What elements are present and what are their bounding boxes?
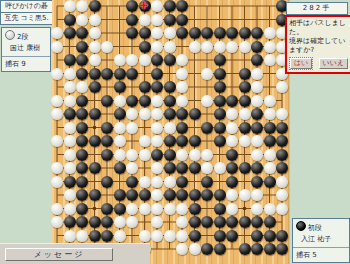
white-player-rank-row: 2段 — [2, 28, 50, 42]
go-stone-black — [164, 14, 176, 26]
white-captures: 捕石 9 — [2, 58, 50, 71]
go-stone-white — [64, 0, 76, 12]
go-stone-white — [201, 41, 213, 53]
go-stone-black — [114, 162, 126, 174]
go-stone-white — [264, 108, 276, 120]
go-stone-black — [176, 108, 188, 120]
go-stone-white — [151, 162, 163, 174]
go-stone-white — [264, 95, 276, 107]
go-stone-white — [64, 81, 76, 93]
go-stone-black — [264, 243, 276, 255]
go-stone-black — [189, 189, 201, 201]
go-stone-white — [251, 135, 263, 147]
go-stone-white — [226, 41, 238, 53]
pass-confirm-dialog: 相手はパスしました。 境界は確定していますか? はい いいえ — [285, 15, 350, 74]
go-stone-white — [151, 203, 163, 215]
go-stone-black — [226, 27, 238, 39]
dialog-message-line2: 境界は確定していますか? — [289, 37, 349, 55]
go-stone-white — [226, 108, 238, 120]
go-stone-black — [151, 81, 163, 93]
go-stone-white — [139, 54, 151, 66]
go-stone-black — [251, 54, 263, 66]
go-stone-white — [239, 189, 251, 201]
go-stone-black — [176, 162, 188, 174]
go-stone-white — [126, 108, 138, 120]
go-stone-white — [139, 108, 151, 120]
go-stone-white — [189, 41, 201, 53]
go-stone-white — [251, 203, 263, 215]
go-stone-white — [64, 135, 76, 147]
white-player-name: 国辻 康樹 — [2, 42, 50, 55]
go-stone-black — [151, 54, 163, 66]
go-stone-black — [139, 81, 151, 93]
go-stone-white — [176, 68, 188, 80]
go-stone-black — [64, 176, 76, 188]
go-stone-white — [51, 203, 63, 215]
go-stone-black — [89, 81, 101, 93]
go-stone-white — [176, 81, 188, 93]
go-stone-black — [164, 0, 176, 12]
go-stone-white — [151, 135, 163, 147]
go-stone-black — [239, 68, 251, 80]
go-stone-black — [164, 149, 176, 161]
go-stone-white — [201, 162, 213, 174]
go-stone-white — [214, 162, 226, 174]
go-stone-white — [139, 203, 151, 215]
go-stone-black — [89, 189, 101, 201]
go-stone-white — [114, 54, 126, 66]
go-stone-black — [176, 189, 188, 201]
white-player-panel: 2段 国辻 康樹 捕石 9 — [1, 27, 51, 72]
go-stone-black — [214, 27, 226, 39]
go-stone-black — [101, 176, 113, 188]
go-stone-black — [89, 108, 101, 120]
go-stone-white — [151, 0, 163, 12]
go-stone-white — [76, 14, 88, 26]
go-stone-black — [201, 27, 213, 39]
go-stone-black — [189, 203, 201, 215]
go-stone-black — [76, 95, 88, 107]
go-stone-white — [276, 189, 288, 201]
go-stone-black — [101, 95, 113, 107]
go-stone-black — [201, 243, 213, 255]
go-stone-black — [239, 243, 251, 255]
move-counter: 282手 — [286, 2, 348, 15]
go-stone-black — [251, 122, 263, 134]
go-stone-white — [189, 243, 201, 255]
go-stone-white — [139, 176, 151, 188]
go-stone-black — [101, 149, 113, 161]
go-stone-black — [226, 230, 238, 242]
go-stone-black — [239, 216, 251, 228]
go-stone-black — [264, 230, 276, 242]
go-stone-black — [239, 162, 251, 174]
go-stone-white — [51, 68, 63, 80]
go-stone-black — [139, 27, 151, 39]
go-stone-black — [226, 176, 238, 188]
black-player-panel: 初段 入江 祐子 捕石 5 — [292, 218, 350, 263]
go-stone-black — [189, 108, 201, 120]
message-button[interactable]: メッセージ — [5, 248, 113, 261]
go-stone-white — [139, 230, 151, 242]
go-stone-white — [126, 216, 138, 228]
go-stone-black — [251, 162, 263, 174]
go-stone-white — [126, 122, 138, 134]
sidebar: 呼びかけの碁 互先 コミ黒5. 2段 国辻 康樹 捕石 9 — [0, 0, 52, 264]
go-stone-black — [239, 81, 251, 93]
go-stone-black — [214, 203, 226, 215]
go-stone-black — [251, 243, 263, 255]
go-stone-black — [101, 216, 113, 228]
go-stone-white — [89, 54, 101, 66]
go-stone-black — [89, 0, 101, 12]
go-stone-black — [64, 54, 76, 66]
go-stone-black — [251, 27, 263, 39]
go-stone-black — [76, 135, 88, 147]
go-stone-white — [151, 41, 163, 53]
go-stone-white — [126, 54, 138, 66]
go-stone-black — [201, 189, 213, 201]
go-stone-white — [251, 95, 263, 107]
go-stone-white — [226, 135, 238, 147]
go-stone-black — [164, 189, 176, 201]
go-stone-white — [201, 95, 213, 107]
go-stone-white — [189, 149, 201, 161]
go-stone-black — [276, 243, 288, 255]
go-stone-white — [76, 81, 88, 93]
black-player-name: 入江 祐子 — [293, 233, 349, 246]
go-stone-white — [276, 81, 288, 93]
go-stone-white — [114, 149, 126, 161]
go-stone-black — [214, 68, 226, 80]
go-stone-black — [164, 108, 176, 120]
go-stone-white — [64, 203, 76, 215]
go-stone-white — [214, 41, 226, 53]
go-stone-black — [214, 230, 226, 242]
go-stone-black — [76, 68, 88, 80]
go-stone-black — [126, 0, 138, 12]
go-stone-white — [51, 95, 63, 107]
go-stone-white — [251, 68, 263, 80]
go-stone-black — [201, 216, 213, 228]
go-stone-white — [251, 81, 263, 93]
go-stone-black — [276, 230, 288, 242]
go-stone-black — [276, 162, 288, 174]
go-stone-black — [176, 0, 188, 12]
go-stone-white — [64, 162, 76, 174]
go-stone-white — [51, 216, 63, 228]
dialog-message-line1: 相手はパスしました。 — [289, 19, 349, 37]
go-stone-white — [151, 176, 163, 188]
go-stone-black — [164, 162, 176, 174]
go-stone-white — [101, 41, 113, 53]
go-stone-white — [114, 122, 126, 134]
go-stone-black — [151, 149, 163, 161]
go-stone-black — [76, 122, 88, 134]
go-stone-black — [214, 122, 226, 134]
go-stone-black — [214, 54, 226, 66]
go-stone-white — [151, 27, 163, 39]
go-stone-black — [164, 81, 176, 93]
go-stone-white — [139, 14, 151, 26]
go-stone-white — [151, 95, 163, 107]
go-stone-white — [51, 162, 63, 174]
white-stone-icon — [5, 30, 15, 40]
go-stone-white — [264, 149, 276, 161]
go-stone-white — [51, 135, 63, 147]
go-stone-black — [189, 216, 201, 228]
go-stone-black — [201, 176, 213, 188]
go-stone-white — [89, 14, 101, 26]
go-stone-black — [276, 135, 288, 147]
go-stone-white — [239, 41, 251, 53]
go-stone-black — [139, 95, 151, 107]
game-rules: 互先 コミ黒5. — [0, 12, 53, 25]
go-stone-black — [214, 81, 226, 93]
go-stone-black — [226, 162, 238, 174]
go-stone-black — [126, 176, 138, 188]
go-stone-white — [164, 27, 176, 39]
go-stone-black — [276, 122, 288, 134]
go-stone-black — [251, 230, 263, 242]
go-stone-white — [139, 135, 151, 147]
go-stone-black — [114, 189, 126, 201]
go-stone-white — [126, 162, 138, 174]
go-stone-black — [251, 216, 263, 228]
go-stone-black — [214, 189, 226, 201]
go-stone-white — [164, 203, 176, 215]
black-stone-icon — [296, 221, 306, 231]
go-stone-black — [76, 216, 88, 228]
go-stone-black — [89, 216, 101, 228]
go-stone-white — [251, 149, 263, 161]
go-stone-black — [126, 14, 138, 26]
go-stone-black — [151, 68, 163, 80]
go-stone-white — [226, 203, 238, 215]
go-stone-black — [101, 135, 113, 147]
yes-button[interactable]: はい — [290, 58, 312, 69]
go-stone-white — [89, 27, 101, 39]
go-stone-black — [89, 135, 101, 147]
no-button[interactable]: いいえ — [319, 58, 349, 69]
go-stone-white — [276, 203, 288, 215]
go-stone-white — [276, 176, 288, 188]
go-stone-black — [139, 0, 151, 12]
go-stone-black — [76, 176, 88, 188]
go-stone-black — [276, 149, 288, 161]
go-stone-black — [76, 41, 88, 53]
go-stone-white — [176, 243, 188, 255]
go-stone-black — [214, 216, 226, 228]
go-stone-white — [89, 41, 101, 53]
go-stone-white — [251, 189, 263, 201]
go-stone-black — [189, 230, 201, 242]
go-stone-white — [176, 203, 188, 215]
go-stone-black — [76, 54, 88, 66]
go-stone-black — [214, 243, 226, 255]
go-stone-black — [239, 122, 251, 134]
go-stone-white — [264, 41, 276, 53]
go-stone-white — [114, 230, 126, 242]
go-stone-black — [251, 41, 263, 53]
divider — [2, 56, 50, 57]
go-stone-black — [64, 216, 76, 228]
go-stone-black — [176, 14, 188, 26]
go-stone-black — [264, 135, 276, 147]
go-stone-black — [89, 162, 101, 174]
go-stone-white — [264, 162, 276, 174]
go-stone-black — [101, 122, 113, 134]
go-stone-white — [76, 0, 88, 12]
go-stone-white — [151, 122, 163, 134]
go-stone-white — [201, 68, 213, 80]
go-stone-white — [139, 149, 151, 161]
go-stone-black — [76, 162, 88, 174]
go-stone-black — [251, 176, 263, 188]
go-stone-black — [114, 203, 126, 215]
go-stone-black — [264, 176, 276, 188]
go-stone-white — [151, 189, 163, 201]
go-stone-white — [114, 216, 126, 228]
go-stone-black — [126, 189, 138, 201]
go-stone-white — [176, 95, 188, 107]
black-player-rank: 初段 — [308, 224, 322, 232]
go-stone-black — [64, 27, 76, 39]
go-stone-black — [214, 135, 226, 147]
white-player-rank: 2段 — [17, 33, 28, 41]
go-stone-white — [151, 216, 163, 228]
go-stone-white — [201, 149, 213, 161]
go-stone-black — [226, 95, 238, 107]
go-stone-black — [164, 95, 176, 107]
go-stone-black — [89, 230, 101, 242]
go-stone-white — [226, 189, 238, 201]
go-stone-white — [239, 108, 251, 120]
go-stone-black — [176, 135, 188, 147]
go-stone-white — [239, 135, 251, 147]
go-stone-white — [51, 108, 63, 120]
go-stone-white — [126, 149, 138, 161]
go-stone-white — [51, 41, 63, 53]
go-stone-white — [176, 230, 188, 242]
go-stone-white — [151, 14, 163, 26]
go-stone-white — [51, 27, 63, 39]
go-stone-white — [64, 95, 76, 107]
go-stone-white — [164, 230, 176, 242]
go-stone-white — [76, 230, 88, 242]
go-stone-white — [164, 41, 176, 53]
go-stone-white — [164, 176, 176, 188]
go-stone-black — [101, 230, 113, 242]
go-stone-black — [76, 27, 88, 39]
go-stone-white — [114, 135, 126, 147]
go-stone-white — [64, 68, 76, 80]
go-stone-black — [176, 176, 188, 188]
go-stone-black — [126, 95, 138, 107]
go-stone-black — [126, 27, 138, 39]
go-stone-black — [114, 81, 126, 93]
go-stone-black — [239, 95, 251, 107]
go-stone-white — [151, 108, 163, 120]
go-stone-black — [264, 122, 276, 134]
go-stone-white — [126, 203, 138, 215]
go-stone-white — [176, 54, 188, 66]
go-stone-black — [139, 41, 151, 53]
go-stone-black — [189, 135, 201, 147]
go-stone-black — [164, 54, 176, 66]
go-stone-white — [164, 122, 176, 134]
go-stone-white — [64, 149, 76, 161]
go-stone-white — [64, 189, 76, 201]
go-stone-black — [76, 149, 88, 161]
go-stone-black — [76, 189, 88, 201]
go-stone-white — [51, 176, 63, 188]
go-stone-black — [251, 108, 263, 120]
go-stone-white — [276, 108, 288, 120]
go-stone-black — [139, 189, 151, 201]
go-stone-black — [76, 108, 88, 120]
go-stone-black — [114, 68, 126, 80]
go-stone-black — [101, 68, 113, 80]
go-stone-white — [264, 27, 276, 39]
bottom-bar: メッセージ — [0, 243, 150, 264]
go-stone-black — [189, 162, 201, 174]
go-stone-black — [114, 108, 126, 120]
go-stone-white — [176, 216, 188, 228]
go-stone-black — [164, 135, 176, 147]
divider — [293, 247, 349, 248]
go-stone-black — [176, 122, 188, 134]
go-stone-black — [226, 149, 238, 161]
go-stone-white — [64, 122, 76, 134]
black-captures: 捕石 5 — [293, 249, 349, 262]
go-stone-black — [264, 216, 276, 228]
go-stone-white — [176, 149, 188, 161]
go-stone-black — [226, 216, 238, 228]
go-stone-black — [64, 108, 76, 120]
go-board[interactable]: ✚ — [52, 0, 290, 264]
go-stone-black — [89, 68, 101, 80]
go-stone-black — [189, 27, 201, 39]
go-stone-black — [64, 14, 76, 26]
go-stone-black — [201, 122, 213, 134]
go-stone-white — [264, 54, 276, 66]
go-stone-black — [214, 108, 226, 120]
go-stone-black — [101, 203, 113, 215]
go-stone-black — [239, 27, 251, 39]
go-stone-white — [151, 230, 163, 242]
go-stone-black — [126, 68, 138, 80]
go-stone-white — [226, 122, 238, 134]
go-stone-black — [176, 27, 188, 39]
go-stone-white — [264, 203, 276, 215]
go-stone-white — [64, 230, 76, 242]
go-stone-black — [76, 203, 88, 215]
go-stone-white — [114, 95, 126, 107]
black-player-rank-row: 初段 — [293, 219, 349, 233]
go-client-window: 呼びかけの碁 互先 コミ黒5. 2段 国辻 康樹 捕石 9 ✚ 282手 相手は… — [0, 0, 350, 264]
go-stone-black — [214, 95, 226, 107]
